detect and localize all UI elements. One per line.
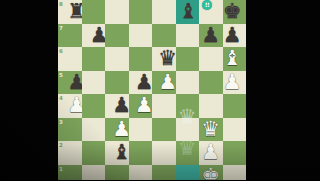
chess-board: 8♜♝♚7♟♟♟6♛♝5♟♟♟♟4♟♟♟3♟♛2♝♟1abcdefg♚h [58, 0, 246, 180]
square-e4[interactable] [152, 94, 176, 118]
rank-label-3: 3 [59, 119, 63, 125]
square-g3[interactable]: ♛ [199, 118, 223, 142]
square-a1[interactable]: 1a [58, 165, 82, 181]
white-bishop[interactable]: ♝ [221, 47, 245, 71]
square-a3[interactable]: 3 [58, 118, 82, 142]
square-h4[interactable] [223, 94, 247, 118]
black-pawn[interactable]: ♟ [199, 24, 223, 48]
square-f6[interactable] [176, 47, 200, 71]
square-f2[interactable] [176, 141, 200, 165]
square-c7[interactable] [105, 24, 129, 48]
square-d6[interactable] [129, 47, 153, 71]
square-d7[interactable] [129, 24, 153, 48]
square-h5[interactable]: ♟ [223, 71, 247, 95]
square-f8[interactable]: ♝ [176, 0, 200, 24]
rank-label-1: 1 [59, 166, 63, 172]
white-king[interactable]: ♚ [199, 165, 223, 181]
white-queen[interactable]: ♛ [199, 118, 223, 142]
square-b4[interactable] [82, 94, 106, 118]
square-a6[interactable]: 6 [58, 47, 82, 71]
square-a4[interactable]: 4♟ [58, 94, 82, 118]
square-e1[interactable]: e [152, 165, 176, 181]
square-d3[interactable] [129, 118, 153, 142]
square-h6[interactable]: ♝ [223, 47, 247, 71]
square-b5[interactable] [82, 71, 106, 95]
square-a5[interactable]: 5♟ [58, 71, 82, 95]
square-c3[interactable]: ♟ [105, 118, 129, 142]
letterbox-left [0, 0, 58, 180]
square-g5[interactable] [199, 71, 223, 95]
square-e7[interactable] [152, 24, 176, 48]
square-g2[interactable]: ♟ [199, 141, 223, 165]
square-h7[interactable]: ♟ [223, 24, 247, 48]
square-d8[interactable] [129, 0, 153, 24]
square-e5[interactable]: ♟ [152, 71, 176, 95]
thumbnail-canvas: 8♜♝♚7♟♟♟6♛♝5♟♟♟♟4♟♟♟3♟♛2♝♟1abcdefg♚h !! … [0, 0, 320, 180]
square-b3[interactable] [82, 118, 106, 142]
square-a7[interactable]: 7 [58, 24, 82, 48]
square-b7[interactable]: ♟ [82, 24, 106, 48]
square-c5[interactable] [105, 71, 129, 95]
rank-label-4: 4 [59, 95, 63, 101]
square-a8[interactable]: 8♜ [58, 0, 82, 24]
rank-label-8: 8 [59, 1, 63, 7]
square-f7[interactable] [176, 24, 200, 48]
square-g1[interactable]: g♚ [199, 165, 223, 181]
square-c1[interactable]: c [105, 165, 129, 181]
white-pawn[interactable]: ♟ [199, 141, 223, 165]
square-h1[interactable]: h [223, 165, 247, 181]
rank-label-6: 6 [59, 48, 63, 54]
white-pawn[interactable]: ♟ [221, 71, 245, 95]
brilliant-move-badge: !! [202, 0, 212, 10]
square-c2[interactable]: ♝ [105, 141, 129, 165]
square-f3[interactable] [176, 118, 200, 142]
square-d4[interactable]: ♟ [129, 94, 153, 118]
black-pawn[interactable]: ♟ [221, 24, 245, 48]
square-b6[interactable] [82, 47, 106, 71]
rank-label-7: 7 [59, 25, 63, 31]
square-h8[interactable]: ♚ [223, 0, 247, 24]
black-king[interactable]: ♚ [221, 0, 245, 24]
square-e6[interactable]: ♛ [152, 47, 176, 71]
square-f5[interactable] [176, 71, 200, 95]
square-h3[interactable] [223, 118, 247, 142]
square-f1[interactable]: f [176, 165, 200, 181]
square-e2[interactable] [152, 141, 176, 165]
square-c8[interactable] [105, 0, 129, 24]
square-e8[interactable] [152, 0, 176, 24]
square-a2[interactable]: 2 [58, 141, 82, 165]
square-g7[interactable]: ♟ [199, 24, 223, 48]
square-e3[interactable] [152, 118, 176, 142]
rank-label-2: 2 [59, 142, 63, 148]
square-c4[interactable]: ♟ [105, 94, 129, 118]
square-g4[interactable] [199, 94, 223, 118]
square-c6[interactable] [105, 47, 129, 71]
square-d5[interactable]: ♟ [129, 71, 153, 95]
square-g6[interactable] [199, 47, 223, 71]
square-b1[interactable]: b [82, 165, 106, 181]
rank-label-5: 5 [59, 72, 63, 78]
square-h2[interactable] [223, 141, 247, 165]
square-b8[interactable] [82, 0, 106, 24]
black-bishop[interactable]: ♝ [177, 0, 201, 24]
square-f4[interactable] [176, 94, 200, 118]
square-b2[interactable] [82, 141, 106, 165]
letterbox-right [246, 0, 320, 180]
square-d1[interactable]: d [129, 165, 153, 181]
square-d2[interactable] [129, 141, 153, 165]
